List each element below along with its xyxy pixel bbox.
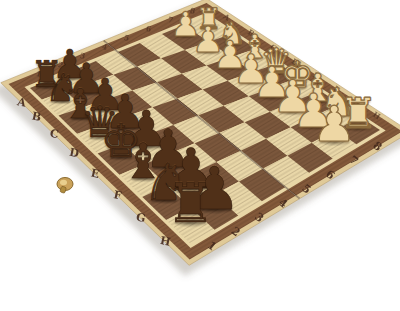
brass-clasp <box>57 178 73 194</box>
chess-board: ABCDEFGH1234567812345678ABCDEFGH <box>0 0 400 311</box>
chess-set-photo: ABCDEFGH1234567812345678ABCDEFGH ♜♞♝♛♚♝♞… <box>0 0 400 311</box>
